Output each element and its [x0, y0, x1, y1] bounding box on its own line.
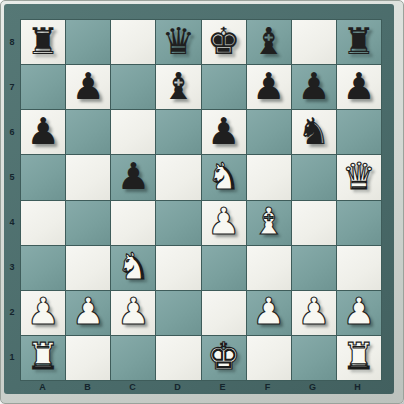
piece-white-pawn[interactable]: ♟ [117, 293, 150, 330]
square-b4[interactable] [66, 201, 110, 245]
piece-white-pawn[interactable]: ♟ [297, 293, 330, 330]
file-label-a: A [20, 380, 65, 394]
rank-label-6: 6 [4, 109, 20, 154]
square-f6[interactable] [247, 110, 291, 154]
piece-black-bishop[interactable]: ♝ [162, 68, 195, 105]
piece-white-pawn[interactable]: ♟ [26, 293, 59, 330]
square-a7[interactable] [21, 65, 65, 109]
square-d7[interactable]: ♝ [156, 65, 200, 109]
square-b5[interactable] [66, 155, 110, 199]
rank-label-5: 5 [4, 154, 20, 199]
file-label-g: G [290, 380, 335, 394]
square-a1[interactable]: ♜ [21, 336, 65, 380]
piece-white-rook[interactable]: ♜ [342, 338, 375, 375]
piece-black-pawn[interactable]: ♟ [297, 68, 330, 105]
file-label-h: H [335, 380, 380, 394]
square-d5[interactable] [156, 155, 200, 199]
square-g3[interactable] [292, 246, 336, 290]
square-c8[interactable] [111, 20, 155, 64]
square-g5[interactable] [292, 155, 336, 199]
file-label-c: C [110, 380, 155, 394]
square-f3[interactable] [247, 246, 291, 290]
chess-board-border: 87654321 ♜♛♚♝♜♟♝♟♟♟♟♟♞♟♞♛♟♝♞♟♟♟♟♟♟♜♚♜ AB… [4, 4, 394, 394]
piece-black-pawn[interactable]: ♟ [72, 68, 105, 105]
square-c4[interactable] [111, 201, 155, 245]
square-h6[interactable] [337, 110, 381, 154]
square-e2[interactable] [202, 291, 246, 335]
square-a5[interactable] [21, 155, 65, 199]
piece-white-knight[interactable]: ♞ [207, 158, 240, 195]
square-f8[interactable]: ♝ [247, 20, 291, 64]
piece-black-bishop[interactable]: ♝ [252, 23, 285, 60]
square-a8[interactable]: ♜ [21, 20, 65, 64]
square-f4[interactable]: ♝ [247, 201, 291, 245]
square-g2[interactable]: ♟ [292, 291, 336, 335]
square-h3[interactable] [337, 246, 381, 290]
screenshot-frame: 87654321 ♜♛♚♝♜♟♝♟♟♟♟♟♞♟♞♛♟♝♞♟♟♟♟♟♟♜♚♜ AB… [0, 0, 404, 404]
rank-label-1: 1 [4, 334, 20, 379]
square-g1[interactable] [292, 336, 336, 380]
square-a6[interactable]: ♟ [21, 110, 65, 154]
piece-black-rook[interactable]: ♜ [26, 23, 59, 60]
square-h7[interactable]: ♟ [337, 65, 381, 109]
piece-black-king[interactable]: ♚ [207, 23, 240, 60]
file-label-e: E [200, 380, 245, 394]
piece-white-pawn[interactable]: ♟ [72, 293, 105, 330]
file-labels: ABCDEFGH [20, 380, 380, 394]
square-d8[interactable]: ♛ [156, 20, 200, 64]
square-e6[interactable]: ♟ [202, 110, 246, 154]
piece-black-rook[interactable]: ♜ [342, 23, 375, 60]
rank-label-4: 4 [4, 199, 20, 244]
rank-label-2: 2 [4, 289, 20, 334]
piece-black-pawn[interactable]: ♟ [117, 158, 150, 195]
piece-black-queen[interactable]: ♛ [162, 23, 195, 60]
piece-black-pawn[interactable]: ♟ [342, 68, 375, 105]
square-d2[interactable] [156, 291, 200, 335]
piece-black-pawn[interactable]: ♟ [26, 113, 59, 150]
square-c1[interactable] [111, 336, 155, 380]
square-h4[interactable] [337, 201, 381, 245]
chess-board: ♜♛♚♝♜♟♝♟♟♟♟♟♞♟♞♛♟♝♞♟♟♟♟♟♟♜♚♜ [20, 19, 382, 381]
rank-labels: 87654321 [4, 19, 20, 379]
square-g7[interactable]: ♟ [292, 65, 336, 109]
piece-white-rook[interactable]: ♜ [26, 338, 59, 375]
piece-white-pawn[interactable]: ♟ [252, 293, 285, 330]
piece-white-bishop[interactable]: ♝ [252, 203, 285, 240]
piece-black-pawn[interactable]: ♟ [207, 113, 240, 150]
file-label-f: F [245, 380, 290, 394]
piece-white-knight[interactable]: ♞ [117, 248, 150, 285]
square-c6[interactable] [111, 110, 155, 154]
piece-white-queen[interactable]: ♛ [342, 158, 375, 195]
square-d6[interactable] [156, 110, 200, 154]
square-b1[interactable] [66, 336, 110, 380]
square-g4[interactable] [292, 201, 336, 245]
square-h8[interactable]: ♜ [337, 20, 381, 64]
square-a4[interactable] [21, 201, 65, 245]
square-h2[interactable]: ♟ [337, 291, 381, 335]
square-e8[interactable]: ♚ [202, 20, 246, 64]
square-a2[interactable]: ♟ [21, 291, 65, 335]
file-label-d: D [155, 380, 200, 394]
file-label-b: B [65, 380, 110, 394]
piece-white-pawn[interactable]: ♟ [207, 203, 240, 240]
square-b8[interactable] [66, 20, 110, 64]
piece-white-king[interactable]: ♚ [207, 338, 240, 375]
square-e1[interactable]: ♚ [202, 336, 246, 380]
square-h1[interactable]: ♜ [337, 336, 381, 380]
square-f1[interactable] [247, 336, 291, 380]
square-e4[interactable]: ♟ [202, 201, 246, 245]
square-b3[interactable] [66, 246, 110, 290]
square-c5[interactable]: ♟ [111, 155, 155, 199]
square-h5[interactable]: ♛ [337, 155, 381, 199]
square-g6[interactable]: ♞ [292, 110, 336, 154]
piece-black-knight[interactable]: ♞ [297, 113, 330, 150]
square-b2[interactable]: ♟ [66, 291, 110, 335]
rank-label-7: 7 [4, 64, 20, 109]
rank-label-3: 3 [4, 244, 20, 289]
square-f2[interactable]: ♟ [247, 291, 291, 335]
rank-label-8: 8 [4, 19, 20, 64]
square-e5[interactable]: ♞ [202, 155, 246, 199]
square-e3[interactable] [202, 246, 246, 290]
square-c2[interactable]: ♟ [111, 291, 155, 335]
square-c7[interactable] [111, 65, 155, 109]
piece-black-pawn[interactable]: ♟ [252, 68, 285, 105]
square-c3[interactable]: ♞ [111, 246, 155, 290]
square-a3[interactable] [21, 246, 65, 290]
square-b7[interactable]: ♟ [66, 65, 110, 109]
square-f7[interactable]: ♟ [247, 65, 291, 109]
piece-white-pawn[interactable]: ♟ [342, 293, 375, 330]
square-d4[interactable] [156, 201, 200, 245]
square-g8[interactable] [292, 20, 336, 64]
square-f5[interactable] [247, 155, 291, 199]
square-d3[interactable] [156, 246, 200, 290]
square-e7[interactable] [202, 65, 246, 109]
square-d1[interactable] [156, 336, 200, 380]
square-b6[interactable] [66, 110, 110, 154]
